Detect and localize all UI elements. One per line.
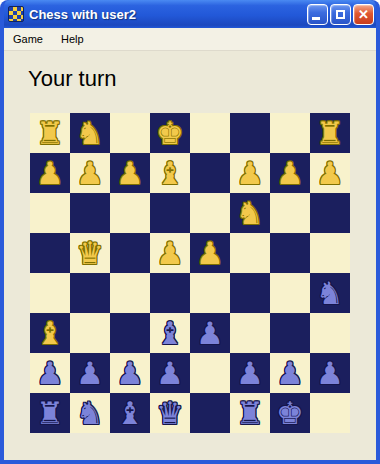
piece-blue-pawn[interactable]: ♟ [156, 353, 184, 393]
square-a3[interactable]: ♝ [30, 313, 70, 353]
close-icon: ✕ [358, 8, 369, 21]
piece-yellow-bishop[interactable]: ♝ [156, 153, 184, 193]
piece-yellow-queen[interactable]: ♛ [76, 233, 104, 273]
piece-yellow-rook[interactable]: ♜ [316, 113, 344, 153]
square-h5[interactable] [310, 233, 350, 273]
square-a6[interactable] [30, 193, 70, 233]
piece-blue-pawn[interactable]: ♟ [196, 313, 224, 353]
square-b7[interactable]: ♟ [70, 153, 110, 193]
client-area: Game Help Your turn ♜♞♚♜♟♟♟♝♟♟♟♞♛♟♟♞♝♝♟♟… [4, 28, 376, 460]
square-f8[interactable] [230, 113, 270, 153]
piece-blue-pawn[interactable]: ♟ [116, 353, 144, 393]
square-g1[interactable]: ♚ [270, 393, 310, 433]
minimize-icon [312, 17, 320, 20]
square-f4[interactable] [230, 273, 270, 313]
square-h3[interactable] [310, 313, 350, 353]
square-g2[interactable]: ♟ [270, 353, 310, 393]
square-c3[interactable] [110, 313, 150, 353]
title-bar[interactable]: Chess with user2 ✕ [4, 0, 376, 28]
minimize-button[interactable] [307, 4, 328, 25]
square-d4[interactable] [150, 273, 190, 313]
square-e8[interactable] [190, 113, 230, 153]
square-c5[interactable] [110, 233, 150, 273]
square-e3[interactable]: ♟ [190, 313, 230, 353]
menu-game[interactable]: Game [4, 30, 52, 48]
piece-yellow-pawn[interactable]: ♟ [196, 233, 224, 273]
piece-blue-rook[interactable]: ♜ [36, 393, 64, 433]
square-a7[interactable]: ♟ [30, 153, 70, 193]
square-a5[interactable] [30, 233, 70, 273]
square-b8[interactable]: ♞ [70, 113, 110, 153]
square-f5[interactable] [230, 233, 270, 273]
window-controls: ✕ [307, 4, 374, 25]
square-g3[interactable] [270, 313, 310, 353]
square-c8[interactable] [110, 113, 150, 153]
piece-yellow-bishop[interactable]: ♝ [36, 313, 64, 353]
square-c7[interactable]: ♟ [110, 153, 150, 193]
square-d8[interactable]: ♚ [150, 113, 190, 153]
square-e2[interactable] [190, 353, 230, 393]
square-f2[interactable]: ♟ [230, 353, 270, 393]
piece-yellow-pawn[interactable]: ♟ [36, 153, 64, 193]
square-h4[interactable]: ♞ [310, 273, 350, 313]
piece-blue-rook[interactable]: ♜ [236, 393, 264, 433]
square-f6[interactable]: ♞ [230, 193, 270, 233]
square-e6[interactable] [190, 193, 230, 233]
status-text: Your turn [28, 65, 376, 93]
menu-help[interactable]: Help [52, 30, 93, 48]
piece-blue-pawn[interactable]: ♟ [276, 353, 304, 393]
square-d6[interactable] [150, 193, 190, 233]
square-h2[interactable]: ♟ [310, 353, 350, 393]
square-e1[interactable] [190, 393, 230, 433]
square-a4[interactable] [30, 273, 70, 313]
square-b2[interactable]: ♟ [70, 353, 110, 393]
piece-yellow-pawn[interactable]: ♟ [316, 153, 344, 193]
piece-yellow-pawn[interactable]: ♟ [236, 153, 264, 193]
window-title: Chess with user2 [29, 7, 302, 22]
square-b3[interactable] [70, 313, 110, 353]
square-g8[interactable] [270, 113, 310, 153]
piece-blue-knight[interactable]: ♞ [76, 393, 104, 433]
square-h7[interactable]: ♟ [310, 153, 350, 193]
square-g4[interactable] [270, 273, 310, 313]
square-b6[interactable] [70, 193, 110, 233]
square-f1[interactable]: ♜ [230, 393, 270, 433]
piece-blue-bishop[interactable]: ♝ [116, 393, 144, 433]
piece-yellow-pawn[interactable]: ♟ [276, 153, 304, 193]
piece-yellow-knight[interactable]: ♞ [76, 113, 104, 153]
piece-blue-pawn[interactable]: ♟ [76, 353, 104, 393]
piece-blue-bishop[interactable]: ♝ [156, 313, 184, 353]
piece-blue-queen[interactable]: ♛ [156, 393, 184, 433]
piece-yellow-king[interactable]: ♚ [156, 113, 184, 153]
piece-yellow-pawn[interactable]: ♟ [76, 153, 104, 193]
square-h6[interactable] [310, 193, 350, 233]
square-b5[interactable]: ♛ [70, 233, 110, 273]
square-h1[interactable] [310, 393, 350, 433]
menu-bar: Game Help [4, 28, 376, 51]
chess-board: ♜♞♚♜♟♟♟♝♟♟♟♞♛♟♟♞♝♝♟♟♟♟♟♟♟♟♜♞♝♛♜♚ [30, 113, 350, 433]
maximize-button[interactable] [330, 4, 351, 25]
square-b4[interactable] [70, 273, 110, 313]
square-c6[interactable] [110, 193, 150, 233]
square-c4[interactable] [110, 273, 150, 313]
square-c1[interactable]: ♝ [110, 393, 150, 433]
piece-yellow-knight[interactable]: ♞ [236, 193, 264, 233]
square-d2[interactable]: ♟ [150, 353, 190, 393]
square-c2[interactable]: ♟ [110, 353, 150, 393]
square-b1[interactable]: ♞ [70, 393, 110, 433]
piece-yellow-pawn[interactable]: ♟ [156, 233, 184, 273]
piece-yellow-pawn[interactable]: ♟ [116, 153, 144, 193]
square-g5[interactable] [270, 233, 310, 273]
piece-blue-pawn[interactable]: ♟ [236, 353, 264, 393]
piece-blue-knight[interactable]: ♞ [316, 273, 344, 313]
square-e4[interactable] [190, 273, 230, 313]
maximize-icon [336, 10, 345, 19]
square-e7[interactable] [190, 153, 230, 193]
square-d7[interactable]: ♝ [150, 153, 190, 193]
square-a1[interactable]: ♜ [30, 393, 70, 433]
square-a8[interactable]: ♜ [30, 113, 70, 153]
piece-blue-king[interactable]: ♚ [276, 393, 304, 433]
square-f7[interactable]: ♟ [230, 153, 270, 193]
square-g7[interactable]: ♟ [270, 153, 310, 193]
app-icon[interactable] [8, 6, 24, 22]
app-window: Chess with user2 ✕ Game Help Your turn ♜… [0, 0, 380, 464]
square-a2[interactable]: ♟ [30, 353, 70, 393]
square-d3[interactable]: ♝ [150, 313, 190, 353]
square-f3[interactable] [230, 313, 270, 353]
piece-blue-pawn[interactable]: ♟ [36, 353, 64, 393]
close-button[interactable]: ✕ [353, 4, 374, 25]
piece-blue-pawn[interactable]: ♟ [316, 353, 344, 393]
square-d1[interactable]: ♛ [150, 393, 190, 433]
square-e5[interactable]: ♟ [190, 233, 230, 273]
piece-yellow-rook[interactable]: ♜ [36, 113, 64, 153]
square-h8[interactable]: ♜ [310, 113, 350, 153]
square-g6[interactable] [270, 193, 310, 233]
square-d5[interactable]: ♟ [150, 233, 190, 273]
